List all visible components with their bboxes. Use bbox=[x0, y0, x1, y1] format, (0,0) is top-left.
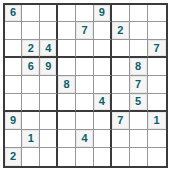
sudoku-cell-r9c1: 2 bbox=[5, 148, 23, 166]
sudoku-cell-r3c4[interactable] bbox=[58, 40, 76, 58]
sudoku-cell-r2c3[interactable] bbox=[40, 22, 58, 40]
sudoku-cell-r9c8[interactable] bbox=[130, 148, 148, 166]
sudoku-cell-r5c5[interactable] bbox=[76, 76, 94, 94]
sudoku-cell-r9c4[interactable] bbox=[58, 148, 76, 166]
sudoku-cell-r4c6[interactable] bbox=[94, 58, 112, 76]
sudoku-cell-r5c1[interactable] bbox=[5, 76, 23, 94]
sudoku-cell-r6c2[interactable] bbox=[22, 94, 40, 112]
sudoku-cell-r7c7: 7 bbox=[112, 112, 130, 130]
sudoku-cell-r3c2: 2 bbox=[22, 40, 40, 58]
sudoku-cell-r1c9[interactable] bbox=[148, 5, 166, 23]
sudoku-cell-r2c8[interactable] bbox=[130, 22, 148, 40]
sudoku-cell-r1c5[interactable] bbox=[76, 5, 94, 23]
sudoku-cell-r8c6[interactable] bbox=[94, 130, 112, 148]
sudoku-cell-r4c7[interactable] bbox=[112, 58, 130, 76]
sudoku-cell-r3c5[interactable] bbox=[76, 40, 94, 58]
sudoku-cell-r7c9: 1 bbox=[148, 112, 166, 130]
sudoku-cell-r8c8[interactable] bbox=[130, 130, 148, 148]
sudoku-cell-r1c7[interactable] bbox=[112, 5, 130, 23]
sudoku-cell-r6c5[interactable] bbox=[76, 94, 94, 112]
sudoku-cell-r6c7[interactable] bbox=[112, 94, 130, 112]
sudoku-cell-r9c2[interactable] bbox=[22, 148, 40, 166]
sudoku-cell-r8c9[interactable] bbox=[148, 130, 166, 148]
sudoku-cell-r3c9: 7 bbox=[148, 40, 166, 58]
sudoku-cell-r5c8: 7 bbox=[130, 76, 148, 94]
sudoku-cell-r9c3[interactable] bbox=[40, 148, 58, 166]
sudoku-cell-r8c7[interactable] bbox=[112, 130, 130, 148]
sudoku-cell-r5c9[interactable] bbox=[148, 76, 166, 94]
sudoku-cell-r4c2: 6 bbox=[22, 58, 40, 76]
sudoku-cell-r2c1[interactable] bbox=[5, 22, 23, 40]
sudoku-cell-r6c8: 5 bbox=[130, 94, 148, 112]
sudoku-cell-r1c3[interactable] bbox=[40, 5, 58, 23]
sudoku-cell-r3c6[interactable] bbox=[94, 40, 112, 58]
sudoku-cell-r9c9[interactable] bbox=[148, 148, 166, 166]
sudoku-cell-r5c6[interactable] bbox=[94, 76, 112, 94]
sudoku-cell-r6c3[interactable] bbox=[40, 94, 58, 112]
sudoku-cell-r3c8[interactable] bbox=[130, 40, 148, 58]
sudoku-cell-r4c1[interactable] bbox=[5, 58, 23, 76]
sudoku-cell-r4c9[interactable] bbox=[148, 58, 166, 76]
sudoku-cell-r4c4[interactable] bbox=[58, 58, 76, 76]
sudoku-cell-r7c1: 9 bbox=[5, 112, 23, 130]
sudoku-cell-r2c9[interactable] bbox=[148, 22, 166, 40]
sudoku-cell-r5c7[interactable] bbox=[112, 76, 130, 94]
sudoku-cell-r1c4[interactable] bbox=[58, 5, 76, 23]
sudoku-cell-r3c7[interactable] bbox=[112, 40, 130, 58]
sudoku-cell-r5c4: 8 bbox=[58, 76, 76, 94]
sudoku-cell-r2c4[interactable] bbox=[58, 22, 76, 40]
sudoku-cell-r6c1[interactable] bbox=[5, 94, 23, 112]
sudoku-cell-r2c5: 7 bbox=[76, 22, 94, 40]
sudoku-board: 69722476988745971142 bbox=[3, 3, 168, 168]
sudoku-cell-r2c6[interactable] bbox=[94, 22, 112, 40]
sudoku-cell-r3c1[interactable] bbox=[5, 40, 23, 58]
sudoku-cell-r1c6: 9 bbox=[94, 5, 112, 23]
sudoku-cell-r4c5[interactable] bbox=[76, 58, 94, 76]
sudoku-cell-r7c2[interactable] bbox=[22, 112, 40, 130]
sudoku-cell-r5c2[interactable] bbox=[22, 76, 40, 94]
sudoku-cell-r7c5[interactable] bbox=[76, 112, 94, 130]
sudoku-cell-r4c3: 9 bbox=[40, 58, 58, 76]
sudoku-cell-r8c2: 1 bbox=[22, 130, 40, 148]
sudoku-page: 69722476988745971142 bbox=[0, 0, 170, 170]
sudoku-cell-r7c4[interactable] bbox=[58, 112, 76, 130]
sudoku-cell-r7c3[interactable] bbox=[40, 112, 58, 130]
sudoku-cell-r2c7: 2 bbox=[112, 22, 130, 40]
sudoku-cell-r6c6: 4 bbox=[94, 94, 112, 112]
sudoku-cell-r3c3: 4 bbox=[40, 40, 58, 58]
sudoku-cell-r8c3[interactable] bbox=[40, 130, 58, 148]
sudoku-cell-r7c6[interactable] bbox=[94, 112, 112, 130]
sudoku-cell-r6c9[interactable] bbox=[148, 94, 166, 112]
sudoku-cell-r5c3[interactable] bbox=[40, 76, 58, 94]
sudoku-cell-r9c7[interactable] bbox=[112, 148, 130, 166]
sudoku-cell-r8c5: 4 bbox=[76, 130, 94, 148]
sudoku-cell-r9c6[interactable] bbox=[94, 148, 112, 166]
sudoku-cell-r7c8[interactable] bbox=[130, 112, 148, 130]
sudoku-cell-r8c4[interactable] bbox=[58, 130, 76, 148]
sudoku-cell-r6c4[interactable] bbox=[58, 94, 76, 112]
sudoku-cell-r1c8[interactable] bbox=[130, 5, 148, 23]
sudoku-cell-r8c1[interactable] bbox=[5, 130, 23, 148]
sudoku-cell-r4c8: 8 bbox=[130, 58, 148, 76]
sudoku-cell-r2c2[interactable] bbox=[22, 22, 40, 40]
sudoku-cell-r1c1: 6 bbox=[5, 5, 23, 23]
sudoku-cell-r9c5[interactable] bbox=[76, 148, 94, 166]
sudoku-cell-r1c2[interactable] bbox=[22, 5, 40, 23]
